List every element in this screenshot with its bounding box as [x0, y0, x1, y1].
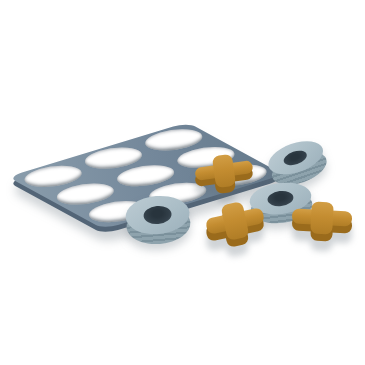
x-piece-1: [195, 155, 253, 187]
x-bar-vertical: [220, 201, 249, 241]
x-bar-vertical: [310, 201, 334, 234]
x-piece-3: [292, 202, 352, 234]
o-piece-3: [126, 196, 190, 244]
x-cross-body: [203, 197, 267, 244]
product-photo: [0, 0, 365, 365]
x-piece-2: [206, 203, 264, 239]
o-ring-body: [124, 193, 192, 246]
x-bar-vertical: [212, 154, 236, 188]
x-cross-body: [193, 151, 255, 191]
o-piece-1: [269, 143, 326, 183]
x-cross-body: [291, 200, 353, 235]
